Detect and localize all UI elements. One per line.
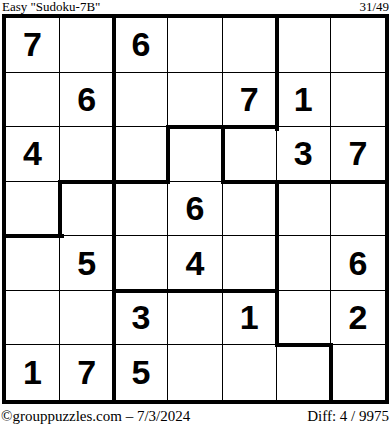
cell-r4c4-given: 6 xyxy=(168,182,222,237)
cell-r6c5-given: 1 xyxy=(223,291,277,346)
cell-r3c2[interactable] xyxy=(60,127,114,182)
cell-r2c3[interactable] xyxy=(114,73,168,128)
cell-r2c6-given: 1 xyxy=(277,73,331,128)
cell-r3c6-given: 3 xyxy=(277,127,331,182)
cell-r3c7-given: 7 xyxy=(331,127,385,182)
cell-r1c7[interactable] xyxy=(331,18,385,73)
cell-r2c7[interactable] xyxy=(331,73,385,128)
cell-r5c2-given: 5 xyxy=(60,236,114,291)
cell-r3c1-given: 4 xyxy=(6,127,60,182)
cell-r2c4[interactable] xyxy=(168,73,222,128)
cell-r1c1-given: 7 xyxy=(6,18,60,73)
cell-r1c3-given: 6 xyxy=(114,18,168,73)
cell-r4c5[interactable] xyxy=(223,182,277,237)
cell-r6c7-given: 2 xyxy=(331,291,385,346)
cell-r6c6[interactable] xyxy=(277,291,331,346)
cell-r6c3-given: 3 xyxy=(114,291,168,346)
cell-r7c6[interactable] xyxy=(277,345,331,400)
cell-r7c3-given: 5 xyxy=(114,345,168,400)
cell-r6c1[interactable] xyxy=(6,291,60,346)
cell-r4c7[interactable] xyxy=(331,182,385,237)
cell-r5c7-given: 6 xyxy=(331,236,385,291)
sudoku-board: 766714376546312175 xyxy=(2,14,389,404)
cell-r2c1[interactable] xyxy=(6,73,60,128)
puzzle-title: Easy "Sudoku-7B" xyxy=(2,0,100,14)
cell-r4c1[interactable] xyxy=(6,182,60,237)
cell-r7c1-given: 1 xyxy=(6,345,60,400)
copyright-text: ©grouppuzzles.com – 7/3/2024 xyxy=(1,407,190,425)
cells-remaining-counter: 31/49 xyxy=(359,0,389,14)
cell-r5c3[interactable] xyxy=(114,236,168,291)
cell-r1c2[interactable] xyxy=(60,18,114,73)
cell-r7c5[interactable] xyxy=(223,345,277,400)
cell-r7c2-given: 7 xyxy=(60,345,114,400)
cell-r7c4[interactable] xyxy=(168,345,222,400)
cell-r1c4[interactable] xyxy=(168,18,222,73)
cell-r2c2-given: 6 xyxy=(60,73,114,128)
cell-r2c5-given: 7 xyxy=(223,73,277,128)
cell-r7c7[interactable] xyxy=(331,345,385,400)
cell-r5c5[interactable] xyxy=(223,236,277,291)
board-cells: 766714376546312175 xyxy=(6,18,385,400)
cell-r6c4[interactable] xyxy=(168,291,222,346)
cell-r1c6[interactable] xyxy=(277,18,331,73)
cell-r4c6[interactable] xyxy=(277,182,331,237)
cell-r5c4-given: 4 xyxy=(168,236,222,291)
difficulty-text: Diff: 4 / 9975 xyxy=(307,407,389,425)
cell-r5c1[interactable] xyxy=(6,236,60,291)
cell-r4c2[interactable] xyxy=(60,182,114,237)
cell-r3c5[interactable] xyxy=(223,127,277,182)
cell-r5c6[interactable] xyxy=(277,236,331,291)
cell-r6c2[interactable] xyxy=(60,291,114,346)
cell-r4c3[interactable] xyxy=(114,182,168,237)
cell-r1c5[interactable] xyxy=(223,18,277,73)
cell-r3c4[interactable] xyxy=(168,127,222,182)
cell-r3c3[interactable] xyxy=(114,127,168,182)
